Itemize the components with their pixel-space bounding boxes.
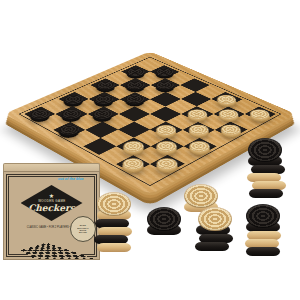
checker-top-face-wood (97, 192, 131, 216)
brand-logo: out of the blue (58, 177, 84, 181)
checker-top-face-black (248, 138, 282, 162)
box-tagline: CLASSIC GAME • FOR 2 PLAYERS • WOOD (27, 225, 76, 228)
stack-left (97, 192, 131, 252)
checker-top-face-wood (184, 184, 218, 208)
wood-badge-text: MADEWITH REALWOODBOARD (77, 224, 89, 233)
stack-center (198, 207, 232, 251)
stack-right-lower (246, 204, 280, 256)
single-black-piece (147, 207, 181, 235)
checker-top-face-wood (198, 207, 232, 231)
checker-top-face-black (246, 204, 280, 228)
product-photo-scene: out of the blue ★ WOODEN GAME Checkers C… (0, 0, 300, 300)
wood-badge-line: BOARD (79, 231, 87, 233)
checker-side-wood (97, 243, 131, 252)
box-label-subtitle: WOODEN GAME (38, 200, 65, 203)
checker-side-black (195, 242, 229, 251)
stack-right-upper (248, 138, 282, 198)
wood-badge: MADEWITH REALWOODBOARD (70, 216, 96, 242)
checker-side-black (246, 247, 280, 256)
checker-side-black (249, 189, 283, 198)
checker-top-face-black (147, 207, 181, 231)
star-icon: ★ (49, 193, 54, 199)
